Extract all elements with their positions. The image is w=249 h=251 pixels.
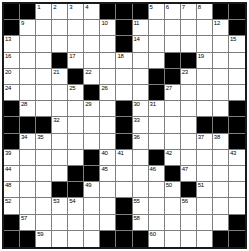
white-cell-r12c15[interactable]	[229, 182, 245, 198]
white-cell-r14c3[interactable]	[36, 215, 52, 231]
white-cell-r7c3[interactable]	[36, 101, 52, 117]
white-cell-r4c1[interactable]: 16	[4, 53, 20, 69]
white-cell-r13c12[interactable]: 56	[181, 198, 197, 214]
white-cell-r9c7[interactable]	[100, 134, 116, 150]
white-cell-r7c4[interactable]	[52, 101, 68, 117]
black-cell-r6c6	[84, 85, 100, 101]
clue-number-53: 53	[53, 198, 59, 205]
clue-number-19: 19	[198, 53, 204, 60]
clue-number-50: 50	[166, 182, 172, 189]
clue-number-44: 44	[5, 166, 11, 173]
white-cell-r15c10[interactable]: 60	[149, 231, 165, 247]
white-cell-r7c12[interactable]	[181, 101, 197, 117]
white-cell-r5c7[interactable]	[100, 69, 116, 85]
white-cell-r7c7[interactable]	[100, 101, 116, 117]
clue-number-21: 21	[53, 69, 59, 76]
white-cell-r14c7[interactable]	[100, 215, 116, 231]
white-cell-r6c8[interactable]	[116, 85, 132, 101]
black-cell-r1c2	[20, 4, 36, 20]
clue-number-46: 46	[150, 166, 156, 173]
white-cell-r12c3[interactable]	[36, 182, 52, 198]
clue-number-29: 29	[85, 101, 91, 108]
white-cell-r10c2[interactable]	[20, 150, 36, 166]
clue-number-28: 28	[21, 101, 27, 108]
clue-number-54: 54	[69, 198, 75, 205]
black-cell-r3c8	[116, 36, 132, 52]
white-cell-r13c6[interactable]	[84, 198, 100, 214]
black-cell-r15c2	[20, 231, 36, 247]
white-cell-r13c9[interactable]: 55	[133, 198, 149, 214]
clue-number-51: 51	[198, 182, 204, 189]
white-cell-r2c14[interactable]: 12	[213, 20, 229, 36]
clue-number-1: 1	[37, 4, 40, 11]
white-cell-r4c3[interactable]	[36, 53, 52, 69]
clue-number-13: 13	[5, 36, 11, 43]
white-cell-r6c9[interactable]	[133, 85, 149, 101]
black-cell-r10c6	[84, 150, 100, 166]
white-cell-r10c3[interactable]	[36, 150, 52, 166]
white-cell-r1c4[interactable]: 2	[52, 4, 68, 20]
white-cell-r15c4[interactable]	[52, 231, 68, 247]
black-cell-r8c2	[20, 117, 36, 133]
white-cell-r8c5[interactable]	[68, 117, 84, 133]
white-cell-r11c15[interactable]	[229, 166, 245, 182]
white-cell-r2c10[interactable]	[149, 20, 165, 36]
white-cell-r7c5[interactable]	[68, 101, 84, 117]
white-cell-r4c9[interactable]	[133, 53, 149, 69]
black-cell-r4c12	[181, 53, 197, 69]
white-cell-r7c10[interactable]: 31	[149, 101, 165, 117]
white-cell-r10c11[interactable]: 42	[165, 150, 181, 166]
white-cell-r9c11[interactable]	[165, 134, 181, 150]
white-cell-r10c13[interactable]	[197, 150, 213, 166]
white-cell-r4c15[interactable]	[229, 53, 245, 69]
white-cell-r7c14[interactable]	[213, 101, 229, 117]
white-cell-r11c3[interactable]	[36, 166, 52, 182]
black-cell-r1c15	[229, 4, 245, 20]
clue-number-60: 60	[150, 231, 156, 238]
white-cell-r5c2[interactable]	[20, 69, 36, 85]
clue-number-55: 55	[134, 198, 140, 205]
white-cell-r1c3[interactable]: 1	[36, 4, 52, 20]
clue-number-47: 47	[182, 166, 188, 173]
clue-number-33: 33	[134, 117, 140, 124]
black-cell-r2c8	[116, 20, 132, 36]
black-cell-r8c13	[197, 117, 213, 133]
white-cell-r12c1[interactable]: 48	[4, 182, 20, 198]
white-cell-r11c14[interactable]	[213, 166, 229, 182]
white-cell-r4c8[interactable]: 18	[116, 53, 132, 69]
black-cell-r5c11	[165, 69, 181, 85]
white-cell-r9c14[interactable]: 38	[213, 134, 229, 150]
black-cell-r13c8	[116, 198, 132, 214]
clue-number-4: 4	[85, 4, 88, 11]
black-cell-r6c10	[149, 85, 165, 101]
black-cell-r15c1	[4, 231, 20, 247]
white-cell-r13c3[interactable]	[36, 198, 52, 214]
white-cell-r2c6[interactable]	[84, 20, 100, 36]
white-cell-r10c8[interactable]: 41	[116, 150, 132, 166]
black-cell-r1c7	[100, 4, 116, 20]
white-cell-r14c10[interactable]	[149, 215, 165, 231]
white-cell-r5c8[interactable]	[116, 69, 132, 85]
white-cell-r3c1[interactable]: 13	[4, 36, 20, 52]
clue-number-27: 27	[166, 85, 172, 92]
clue-number-35: 35	[37, 134, 43, 141]
white-cell-r12c8[interactable]	[116, 182, 132, 198]
black-cell-r15c7	[100, 231, 116, 247]
black-cell-r11c5	[68, 166, 84, 182]
black-cell-r11c6	[84, 166, 100, 182]
white-cell-r15c12[interactable]	[181, 231, 197, 247]
white-cell-r4c2[interactable]	[20, 53, 36, 69]
white-cell-r11c2[interactable]	[20, 166, 36, 182]
white-cell-r9c10[interactable]	[149, 134, 165, 150]
white-cell-r13c14[interactable]	[213, 198, 229, 214]
clue-number-17: 17	[69, 53, 75, 60]
white-cell-r14c5[interactable]	[68, 215, 84, 231]
white-cell-r11c4[interactable]	[52, 166, 68, 182]
clue-number-8: 8	[198, 4, 201, 11]
white-cell-r8c12[interactable]	[181, 117, 197, 133]
white-cell-r9c6[interactable]	[84, 134, 100, 150]
white-cell-r10c9[interactable]	[133, 150, 149, 166]
clue-number-43: 43	[230, 150, 236, 157]
white-cell-r8c7[interactable]	[100, 117, 116, 133]
clue-number-10: 10	[101, 20, 107, 27]
white-cell-r6c14[interactable]	[213, 85, 229, 101]
black-cell-r15c9	[133, 231, 149, 247]
black-cell-r9c15	[229, 134, 245, 150]
black-cell-r4c11	[165, 53, 181, 69]
white-cell-r2c7[interactable]: 10	[100, 20, 116, 36]
black-cell-r7c8	[116, 101, 132, 117]
white-cell-r5c14[interactable]	[213, 69, 229, 85]
black-cell-r8c14	[213, 117, 229, 133]
white-cell-r13c2[interactable]	[20, 198, 36, 214]
white-cell-r4c14[interactable]	[213, 53, 229, 69]
clue-number-52: 52	[5, 198, 11, 205]
clue-number-36: 36	[134, 134, 140, 141]
white-cell-r9c3[interactable]: 35	[36, 134, 52, 150]
white-cell-r3c14[interactable]	[213, 36, 229, 52]
clue-number-3: 3	[69, 4, 72, 11]
black-cell-r12c4	[52, 182, 68, 198]
white-cell-r10c7[interactable]: 40	[100, 150, 116, 166]
white-cell-r1c11[interactable]: 6	[165, 4, 181, 20]
clue-number-48: 48	[5, 182, 11, 189]
white-cell-r2c2[interactable]: 9	[20, 20, 36, 36]
white-cell-r12c6[interactable]: 49	[84, 182, 100, 198]
white-cell-r12c7[interactable]	[100, 182, 116, 198]
clue-number-58: 58	[134, 215, 140, 222]
clue-number-22: 22	[85, 69, 91, 76]
white-cell-r4c7[interactable]	[100, 53, 116, 69]
black-cell-r15c15	[229, 231, 245, 247]
white-cell-r1c10[interactable]: 5	[149, 4, 165, 20]
black-cell-r9c8	[116, 134, 132, 150]
clue-number-15: 15	[230, 36, 236, 43]
black-cell-r9c1	[4, 134, 20, 150]
white-cell-r3c6[interactable]	[84, 36, 100, 52]
white-cell-r10c12[interactable]	[181, 150, 197, 166]
clue-number-57: 57	[21, 215, 27, 222]
white-cell-r14c13[interactable]	[197, 215, 213, 231]
clue-number-32: 32	[53, 117, 59, 124]
white-cell-r6c12[interactable]	[181, 85, 197, 101]
white-cell-r5c3[interactable]	[36, 69, 52, 85]
black-cell-r5c5	[68, 69, 84, 85]
white-cell-r10c5[interactable]	[68, 150, 84, 166]
white-cell-r5c12[interactable]: 23	[181, 69, 197, 85]
black-cell-r2c1	[4, 20, 20, 36]
white-cell-r3c12[interactable]	[181, 36, 197, 52]
clue-number-41: 41	[117, 150, 123, 157]
clue-number-38: 38	[214, 134, 220, 141]
clue-number-45: 45	[101, 166, 107, 173]
white-cell-r15c3[interactable]: 59	[36, 231, 52, 247]
black-cell-r5c10	[149, 69, 165, 85]
white-cell-r1c5[interactable]: 3	[68, 4, 84, 20]
white-cell-r2c11[interactable]	[165, 20, 181, 36]
white-cell-r2c9[interactable]: 11	[133, 20, 149, 36]
white-cell-r6c4[interactable]	[52, 85, 68, 101]
crossword-page: 1234567891011121314151617181920212223242…	[0, 0, 249, 251]
white-cell-r14c11[interactable]	[165, 215, 181, 231]
white-cell-r14c12[interactable]	[181, 215, 197, 231]
black-cell-r11c11	[165, 166, 181, 182]
black-cell-r7c15	[229, 101, 245, 117]
crossword-grid: 1234567891011121314151617181920212223242…	[2, 2, 247, 249]
white-cell-r14c14[interactable]	[213, 215, 229, 231]
white-cell-r9c13[interactable]: 37	[197, 134, 213, 150]
white-cell-r12c11[interactable]: 50	[165, 182, 181, 198]
white-cell-r1c6[interactable]: 4	[84, 4, 100, 20]
white-cell-r7c11[interactable]	[165, 101, 181, 117]
black-cell-r14c1	[4, 215, 20, 231]
white-cell-r2c4[interactable]	[52, 20, 68, 36]
white-cell-r5c1[interactable]: 20	[4, 69, 20, 85]
white-cell-r4c5[interactable]: 17	[68, 53, 84, 69]
white-cell-r8c11[interactable]	[165, 117, 181, 133]
white-cell-r3c4[interactable]	[52, 36, 68, 52]
white-cell-r9c5[interactable]	[68, 134, 84, 150]
black-cell-r1c14	[213, 4, 229, 20]
clue-number-7: 7	[182, 4, 185, 11]
white-cell-r15c5[interactable]	[68, 231, 84, 247]
white-cell-r8c9[interactable]: 33	[133, 117, 149, 133]
white-cell-r11c7[interactable]: 45	[100, 166, 116, 182]
white-cell-r3c7[interactable]	[100, 36, 116, 52]
white-cell-r9c4[interactable]	[52, 134, 68, 150]
white-cell-r7c6[interactable]: 29	[84, 101, 100, 117]
white-cell-r6c11[interactable]: 27	[165, 85, 181, 101]
white-cell-r3c3[interactable]	[36, 36, 52, 52]
white-cell-r7c13[interactable]	[197, 101, 213, 117]
white-cell-r13c11[interactable]	[165, 198, 181, 214]
white-cell-r4c13[interactable]: 19	[197, 53, 213, 69]
white-cell-r15c11[interactable]	[165, 231, 181, 247]
white-cell-r2c5[interactable]	[68, 20, 84, 36]
white-cell-r12c14[interactable]	[213, 182, 229, 198]
clue-number-5: 5	[150, 4, 153, 11]
white-cell-r13c4[interactable]: 53	[52, 198, 68, 214]
black-cell-r1c8	[116, 4, 132, 20]
white-cell-r5c6[interactable]: 22	[84, 69, 100, 85]
white-cell-r3c10[interactable]	[149, 36, 165, 52]
white-cell-r3c5[interactable]	[68, 36, 84, 52]
white-cell-r9c12[interactable]	[181, 134, 197, 150]
white-cell-r8c6[interactable]	[84, 117, 100, 133]
white-cell-r13c15[interactable]	[229, 198, 245, 214]
white-cell-r2c12[interactable]	[181, 20, 197, 36]
white-cell-r3c9[interactable]: 14	[133, 36, 149, 52]
black-cell-r1c1	[4, 4, 20, 20]
white-cell-r15c6[interactable]	[84, 231, 100, 247]
clue-number-37: 37	[198, 134, 204, 141]
white-cell-r5c13[interactable]	[197, 69, 213, 85]
white-cell-r4c6[interactable]	[84, 53, 100, 69]
black-cell-r8c1	[4, 117, 20, 133]
white-cell-r8c10[interactable]	[149, 117, 165, 133]
white-cell-r6c1[interactable]: 24	[4, 85, 20, 101]
clue-number-39: 39	[5, 150, 11, 157]
white-cell-r13c7[interactable]	[100, 198, 116, 214]
white-cell-r1c12[interactable]: 7	[181, 4, 197, 20]
white-cell-r6c13[interactable]	[197, 85, 213, 101]
white-cell-r3c15[interactable]: 15	[229, 36, 245, 52]
white-cell-r14c2[interactable]: 57	[20, 215, 36, 231]
white-cell-r3c13[interactable]	[197, 36, 213, 52]
white-cell-r11c9[interactable]	[133, 166, 149, 182]
clue-number-26: 26	[101, 85, 107, 92]
white-cell-r11c12[interactable]: 47	[181, 166, 197, 182]
white-cell-r14c4[interactable]	[52, 215, 68, 231]
white-cell-r11c1[interactable]: 44	[4, 166, 20, 182]
black-cell-r14c15	[229, 215, 245, 231]
clue-number-6: 6	[166, 4, 169, 11]
white-cell-r10c4[interactable]	[52, 150, 68, 166]
black-cell-r12c12	[181, 182, 197, 198]
black-cell-r15c14	[213, 231, 229, 247]
clue-number-40: 40	[101, 150, 107, 157]
white-cell-r3c2[interactable]	[20, 36, 36, 52]
clue-number-24: 24	[5, 85, 11, 92]
clue-number-12: 12	[214, 20, 220, 27]
white-cell-r7c9[interactable]: 30	[133, 101, 149, 117]
white-cell-r11c10[interactable]: 46	[149, 166, 165, 182]
clue-number-11: 11	[134, 20, 140, 27]
black-cell-r8c15	[229, 117, 245, 133]
white-cell-r9c2[interactable]: 34	[20, 134, 36, 150]
clue-number-9: 9	[21, 20, 24, 27]
white-cell-r14c9[interactable]: 58	[133, 215, 149, 231]
black-cell-r14c8	[116, 215, 132, 231]
clue-number-23: 23	[182, 69, 188, 76]
white-cell-r5c4[interactable]: 21	[52, 69, 68, 85]
black-cell-r8c8	[116, 117, 132, 133]
white-cell-r2c13[interactable]	[197, 20, 213, 36]
clue-number-20: 20	[5, 69, 11, 76]
white-cell-r10c1[interactable]: 39	[4, 150, 20, 166]
clue-number-42: 42	[166, 150, 172, 157]
black-cell-r15c8	[116, 231, 132, 247]
clue-number-2: 2	[53, 4, 56, 11]
white-cell-r6c5[interactable]: 25	[68, 85, 84, 101]
clue-number-14: 14	[134, 36, 140, 43]
white-cell-r11c13[interactable]	[197, 166, 213, 182]
white-cell-r14c6[interactable]	[84, 215, 100, 231]
clue-number-59: 59	[37, 231, 43, 238]
white-cell-r13c5[interactable]: 54	[68, 198, 84, 214]
white-cell-r4c10[interactable]	[149, 53, 165, 69]
white-cell-r15c13[interactable]	[197, 231, 213, 247]
white-cell-r12c10[interactable]	[149, 182, 165, 198]
white-cell-r6c2[interactable]	[20, 85, 36, 101]
white-cell-r6c7[interactable]: 26	[100, 85, 116, 101]
white-cell-r13c1[interactable]: 52	[4, 198, 20, 214]
white-cell-r11c8[interactable]	[116, 166, 132, 182]
white-cell-r6c3[interactable]	[36, 85, 52, 101]
clue-number-49: 49	[85, 182, 91, 189]
white-cell-r10c14[interactable]	[213, 150, 229, 166]
white-cell-r12c9[interactable]	[133, 182, 149, 198]
clue-number-25: 25	[69, 85, 75, 92]
black-cell-r1c9	[133, 4, 149, 20]
clue-number-16: 16	[5, 53, 11, 60]
clue-number-31: 31	[150, 101, 156, 108]
clue-number-30: 30	[134, 101, 140, 108]
white-cell-r12c2[interactable]	[20, 182, 36, 198]
white-cell-r5c15[interactable]	[229, 69, 245, 85]
black-cell-r2c15	[229, 20, 245, 36]
white-cell-r7c2[interactable]: 28	[20, 101, 36, 117]
black-cell-r4c4	[52, 53, 68, 69]
white-cell-r8c4[interactable]: 32	[52, 117, 68, 133]
clue-number-34: 34	[21, 134, 27, 141]
white-cell-r5c9[interactable]	[133, 69, 149, 85]
clue-number-56: 56	[182, 198, 188, 205]
white-cell-r2c3[interactable]	[36, 20, 52, 36]
white-cell-r13c13[interactable]	[197, 198, 213, 214]
white-cell-r6c15[interactable]	[229, 85, 245, 101]
black-cell-r7c1	[4, 101, 20, 117]
black-cell-r12c5	[68, 182, 84, 198]
clue-number-18: 18	[117, 53, 123, 60]
white-cell-r13c10[interactable]	[149, 198, 165, 214]
white-cell-r9c9[interactable]: 36	[133, 134, 149, 150]
black-cell-r10c10	[149, 150, 165, 166]
white-cell-r12c13[interactable]: 51	[197, 182, 213, 198]
white-cell-r10c15[interactable]: 43	[229, 150, 245, 166]
white-cell-r3c11[interactable]	[165, 36, 181, 52]
black-cell-r8c3	[36, 117, 52, 133]
white-cell-r1c13[interactable]: 8	[197, 4, 213, 20]
